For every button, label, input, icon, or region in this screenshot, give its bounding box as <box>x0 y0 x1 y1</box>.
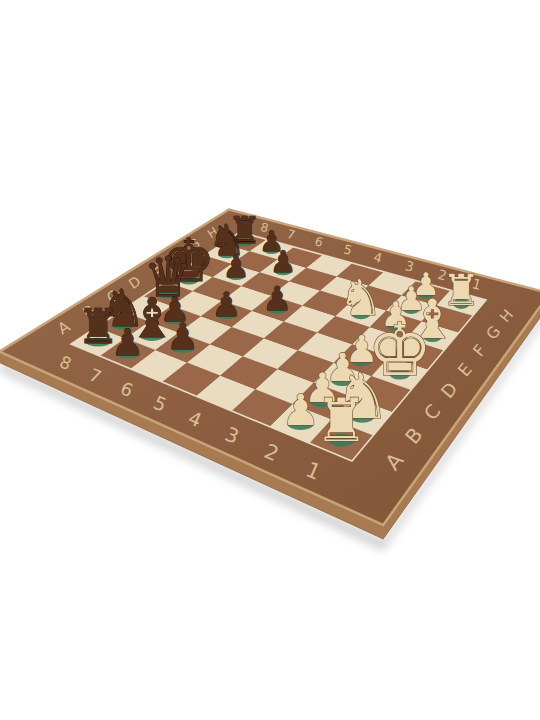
piece-glyph: ♟ <box>211 285 241 324</box>
piece-black-pawn-d6[interactable]: ♟ <box>211 285 241 324</box>
piece-glyph: ♟ <box>270 244 297 279</box>
piece-white-rook-a1[interactable]: ♜ <box>315 385 369 455</box>
piece-black-pawn-b6[interactable]: ♟ <box>167 316 199 358</box>
piece-black-pawn-g6[interactable]: ♟ <box>270 244 297 279</box>
chessboard-svg: AABBCCDDEEFFGGHH1122334455667788 ♜♟♞♟♟♚♟… <box>0 0 540 720</box>
piece-black-pawn-e5[interactable]: ♟ <box>263 280 292 318</box>
piece-glyph: ♟ <box>167 316 199 358</box>
piece-glyph: ♟ <box>263 280 292 318</box>
piece-glyph: ♟ <box>111 321 144 364</box>
piece-black-pawn-f7[interactable]: ♟ <box>223 249 250 284</box>
piece-glyph: ♜ <box>315 385 369 455</box>
chess-product-photo: AABBCCDDEEFFGGHH1122334455667788 ♜♟♞♟♟♚♟… <box>0 0 540 720</box>
piece-glyph: ♟ <box>223 249 250 284</box>
piece-black-pawn-a7[interactable]: ♟ <box>111 321 144 364</box>
